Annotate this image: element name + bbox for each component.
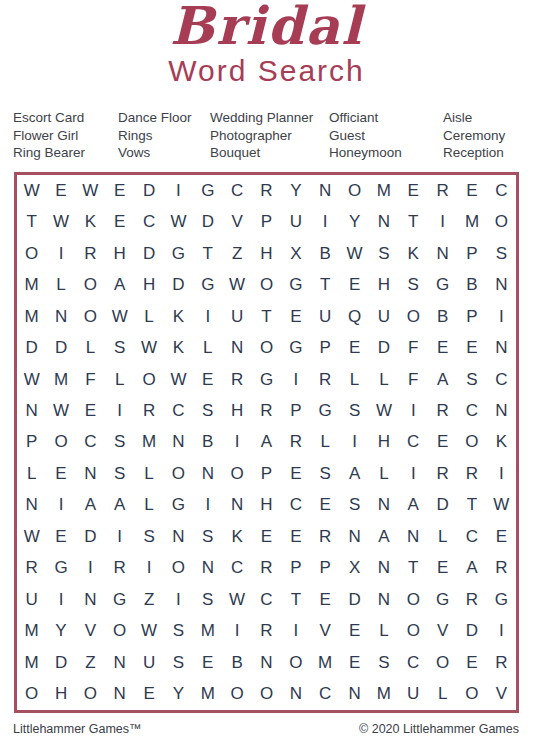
- grid-cell: B: [222, 647, 251, 678]
- grid-cell: A: [428, 364, 457, 395]
- grid-cell: H: [46, 679, 75, 710]
- grid-cell: N: [340, 521, 369, 552]
- grid-cell: W: [46, 206, 75, 237]
- grid-cell: S: [340, 490, 369, 521]
- grid-cell: C: [399, 427, 428, 458]
- grid-cell: I: [76, 553, 105, 584]
- word-list-item: Bouquet: [210, 144, 329, 162]
- grid-cell: Y: [340, 206, 369, 237]
- grid-cell: C: [281, 490, 310, 521]
- grid-cell: G: [193, 175, 222, 206]
- grid-cell: M: [311, 647, 340, 678]
- grid-cell: C: [487, 364, 516, 395]
- grid-cell: N: [369, 206, 398, 237]
- grid-cell: T: [281, 584, 310, 615]
- grid-cell: N: [164, 427, 193, 458]
- grid-cell: E: [457, 647, 486, 678]
- grid-cell: O: [399, 584, 428, 615]
- grid-cell: I: [399, 458, 428, 489]
- grid-cell: E: [487, 521, 516, 552]
- grid-cell: I: [105, 521, 134, 552]
- grid-cell: T: [252, 301, 281, 332]
- grid-cell: G: [281, 269, 310, 300]
- grid-cell: N: [487, 395, 516, 426]
- grid-cell: R: [17, 553, 46, 584]
- grid-cell: L: [369, 458, 398, 489]
- grid-cell: S: [193, 521, 222, 552]
- grid-cell: P: [311, 553, 340, 584]
- grid-cell: I: [193, 490, 222, 521]
- grid-cell: S: [105, 332, 134, 363]
- grid-cell: N: [105, 647, 134, 678]
- grid-cell: P: [17, 427, 46, 458]
- grid-cell: H: [369, 427, 398, 458]
- grid-cell: K: [399, 238, 428, 269]
- grid-cell: I: [222, 427, 251, 458]
- grid-cell: P: [457, 238, 486, 269]
- word-list-column: Wedding PlannerPhotographerBouquet: [210, 109, 329, 162]
- grid-cell: L: [428, 521, 457, 552]
- word-list-item: Vows: [118, 144, 210, 162]
- grid-cell: O: [252, 332, 281, 363]
- grid-cell: U: [281, 206, 310, 237]
- word-list-item: Flower Girl: [13, 127, 118, 145]
- grid-cell: D: [134, 238, 163, 269]
- grid-cell: E: [46, 458, 75, 489]
- grid-cell: A: [340, 458, 369, 489]
- grid-cell: S: [134, 521, 163, 552]
- grid-cell: T: [399, 206, 428, 237]
- grid-cell: V: [222, 206, 251, 237]
- grid-cell: W: [222, 584, 251, 615]
- word-list-item: Dance Floor: [118, 109, 210, 127]
- grid-cell: G: [164, 238, 193, 269]
- grid-cell: E: [428, 332, 457, 363]
- grid-cell: E: [193, 364, 222, 395]
- grid-cell: O: [164, 553, 193, 584]
- grid-cell: L: [369, 364, 398, 395]
- grid-cell: R: [487, 647, 516, 678]
- grid-cell: N: [105, 679, 134, 710]
- grid-cell: L: [134, 301, 163, 332]
- grid-cell: L: [105, 364, 134, 395]
- letter-grid: WEWEDIGCRYNOMERECTWKECWDVPUIYNTIMOOIRHDG…: [17, 175, 516, 710]
- grid-cell: D: [164, 269, 193, 300]
- grid-cell: I: [281, 616, 310, 647]
- grid-cell: K: [487, 427, 516, 458]
- grid-cell: I: [46, 490, 75, 521]
- grid-cell: L: [428, 679, 457, 710]
- word-list-item: Photographer: [210, 127, 329, 145]
- grid-cell: P: [252, 458, 281, 489]
- grid-cell: R: [252, 616, 281, 647]
- grid-cell: K: [76, 206, 105, 237]
- grid-cell: I: [46, 238, 75, 269]
- grid-cell: E: [428, 553, 457, 584]
- grid-cell: C: [222, 175, 251, 206]
- grid-cell: L: [311, 427, 340, 458]
- grid-cell: K: [222, 521, 251, 552]
- grid-cell: G: [193, 269, 222, 300]
- grid-cell: N: [76, 458, 105, 489]
- grid-cell: X: [340, 553, 369, 584]
- grid-cell: E: [46, 175, 75, 206]
- grid-cell: N: [46, 301, 75, 332]
- grid-cell: S: [369, 647, 398, 678]
- grid-cell: D: [457, 616, 486, 647]
- grid-cell: S: [164, 647, 193, 678]
- grid-cell: N: [340, 679, 369, 710]
- grid-cell: E: [340, 332, 369, 363]
- grid-cell: O: [105, 616, 134, 647]
- grid-cell: C: [457, 395, 486, 426]
- grid-cell: N: [17, 490, 46, 521]
- grid-cell: I: [340, 427, 369, 458]
- grid-cell: N: [369, 584, 398, 615]
- grid-cell: R: [252, 395, 281, 426]
- grid-cell: I: [134, 553, 163, 584]
- grid-cell: S: [193, 395, 222, 426]
- grid-cell: P: [252, 206, 281, 237]
- grid-cell: U: [399, 679, 428, 710]
- grid-cell: M: [369, 175, 398, 206]
- grid-cell: S: [487, 238, 516, 269]
- grid-cell: C: [76, 427, 105, 458]
- grid-cell: A: [457, 553, 486, 584]
- grid-cell: E: [311, 584, 340, 615]
- grid-cell: D: [17, 332, 46, 363]
- grid-cell: C: [134, 206, 163, 237]
- grid-cell: A: [252, 427, 281, 458]
- grid-cell: E: [457, 175, 486, 206]
- grid-cell: E: [281, 458, 310, 489]
- grid-cell: O: [252, 679, 281, 710]
- grid-cell: T: [399, 553, 428, 584]
- grid-cell: H: [222, 395, 251, 426]
- grid-cell: O: [428, 647, 457, 678]
- grid-cell: I: [399, 395, 428, 426]
- grid-cell: T: [457, 490, 486, 521]
- grid-cell: T: [17, 206, 46, 237]
- grid-cell: D: [134, 175, 163, 206]
- grid-cell: L: [17, 458, 46, 489]
- grid-cell: N: [193, 553, 222, 584]
- grid-cell: L: [193, 332, 222, 363]
- grid-cell: R: [252, 553, 281, 584]
- word-list-item: Officiant: [329, 109, 443, 127]
- grid-cell: D: [340, 584, 369, 615]
- grid-cell: I: [46, 584, 75, 615]
- grid-cell: H: [252, 490, 281, 521]
- grid-cell: L: [340, 364, 369, 395]
- grid-cell: D: [46, 647, 75, 678]
- grid-cell: R: [76, 238, 105, 269]
- grid-cell: I: [487, 301, 516, 332]
- grid-cell: Z: [76, 647, 105, 678]
- grid-cell: G: [252, 364, 281, 395]
- grid-cell: A: [105, 490, 134, 521]
- grid-cell: N: [311, 175, 340, 206]
- grid-cell: N: [193, 458, 222, 489]
- grid-cell: V: [311, 616, 340, 647]
- word-search-page: Bridal Word Search Escort CardFlower Gir…: [0, 0, 533, 746]
- grid-cell: O: [252, 269, 281, 300]
- grid-cell: D: [193, 206, 222, 237]
- grid-cell: R: [428, 395, 457, 426]
- grid-cell: I: [281, 364, 310, 395]
- grid-cell: Y: [46, 616, 75, 647]
- grid-cell: L: [76, 332, 105, 363]
- word-list-column: AisleCeremonyReception: [443, 109, 505, 162]
- grid-cell: D: [76, 521, 105, 552]
- grid-cell: V: [428, 616, 457, 647]
- grid-cell: G: [428, 584, 457, 615]
- grid-cell: S: [193, 584, 222, 615]
- word-list-column: Escort CardFlower GirlRing Bearer: [13, 109, 118, 162]
- grid-cell: E: [399, 175, 428, 206]
- grid-cell: A: [399, 490, 428, 521]
- grid-cell: S: [105, 458, 134, 489]
- grid-cell: R: [134, 395, 163, 426]
- grid-cell: A: [105, 269, 134, 300]
- grid-cell: A: [76, 490, 105, 521]
- grid-cell: O: [76, 301, 105, 332]
- grid-cell: O: [17, 679, 46, 710]
- grid-cell: S: [311, 458, 340, 489]
- grid-cell: W: [134, 616, 163, 647]
- grid-cell: B: [311, 238, 340, 269]
- word-list-item: Reception: [443, 144, 505, 162]
- grid-cell: I: [164, 584, 193, 615]
- grid-cell: B: [193, 427, 222, 458]
- grid-cell: X: [281, 238, 310, 269]
- grid-cell: C: [457, 521, 486, 552]
- word-list-item: Escort Card: [13, 109, 118, 127]
- grid-cell: G: [428, 269, 457, 300]
- word-list-item: Honeymoon: [329, 144, 443, 162]
- grid-cell: W: [369, 395, 398, 426]
- grid-cell: N: [164, 521, 193, 552]
- grid-cell: O: [222, 458, 251, 489]
- grid-cell: O: [399, 301, 428, 332]
- grid-cell: P: [281, 553, 310, 584]
- grid-cell: C: [252, 584, 281, 615]
- grid-cell: E: [252, 521, 281, 552]
- grid-cell: E: [281, 301, 310, 332]
- grid-cell: R: [428, 458, 457, 489]
- grid-cell: P: [311, 332, 340, 363]
- grid-cell: A: [369, 521, 398, 552]
- grid-cell: W: [17, 521, 46, 552]
- grid-cell: R: [311, 364, 340, 395]
- grid-cell: W: [340, 238, 369, 269]
- grid-cell: F: [399, 364, 428, 395]
- grid-cell: Z: [134, 584, 163, 615]
- grid-cell: N: [428, 238, 457, 269]
- grid-cell: H: [105, 238, 134, 269]
- grid-cell: N: [369, 490, 398, 521]
- grid-cell: W: [46, 395, 75, 426]
- grid-cell: S: [164, 616, 193, 647]
- grid-cell: C: [311, 679, 340, 710]
- grid-cell: I: [164, 175, 193, 206]
- grid-cell: I: [487, 458, 516, 489]
- grid-cell: G: [105, 584, 134, 615]
- grid-cell: U: [222, 301, 251, 332]
- grid-cell: M: [193, 616, 222, 647]
- grid-cell: S: [369, 238, 398, 269]
- grid-cell: L: [369, 616, 398, 647]
- grid-cell: R: [457, 458, 486, 489]
- grid-cell: D: [46, 332, 75, 363]
- word-list-item: Ring Bearer: [13, 144, 118, 162]
- grid-cell: G: [311, 395, 340, 426]
- grid-cell: E: [105, 175, 134, 206]
- grid-cell: O: [487, 206, 516, 237]
- grid-cell: R: [311, 521, 340, 552]
- grid-cell: L: [134, 490, 163, 521]
- grid-cell: L: [46, 269, 75, 300]
- grid-cell: N: [369, 553, 398, 584]
- grid-cell: S: [399, 269, 428, 300]
- grid-cell: T: [193, 238, 222, 269]
- grid-cell: P: [281, 395, 310, 426]
- word-list: Escort CardFlower GirlRing BearerDance F…: [13, 109, 525, 162]
- grid-cell: S: [105, 427, 134, 458]
- grid-cell: U: [369, 301, 398, 332]
- grid-cell: S: [457, 364, 486, 395]
- grid-cell: I: [105, 395, 134, 426]
- word-list-item: Aisle: [443, 109, 505, 127]
- grid-cell: E: [311, 490, 340, 521]
- grid-cell: U: [17, 584, 46, 615]
- grid-cell: G: [281, 332, 310, 363]
- grid-cell: Y: [164, 679, 193, 710]
- grid-cell: N: [222, 490, 251, 521]
- grid-cell: M: [457, 206, 486, 237]
- grid-cell: G: [487, 584, 516, 615]
- grid-cell: E: [46, 521, 75, 552]
- footer: Littlehammer Games™ © 2020 Littlehammer …: [13, 722, 519, 736]
- grid-cell: P: [457, 301, 486, 332]
- grid-cell: Y: [281, 175, 310, 206]
- grid-cell: O: [340, 175, 369, 206]
- grid-cell: N: [252, 647, 281, 678]
- grid-cell: W: [487, 490, 516, 521]
- grid-cell: W: [134, 332, 163, 363]
- grid-cell: M: [17, 269, 46, 300]
- grid-cell: O: [76, 679, 105, 710]
- grid-cell: W: [76, 175, 105, 206]
- grid-cell: W: [222, 269, 251, 300]
- grid-cell: O: [399, 616, 428, 647]
- grid-cell: K: [164, 301, 193, 332]
- grid-cell: W: [17, 364, 46, 395]
- grid-cell: I: [311, 206, 340, 237]
- grid-cell: G: [46, 553, 75, 584]
- grid-cell: R: [105, 553, 134, 584]
- grid-cell: L: [134, 458, 163, 489]
- grid-cell: E: [340, 616, 369, 647]
- grid-cell: H: [134, 269, 163, 300]
- grid-cell: O: [222, 679, 251, 710]
- grid-cell: V: [487, 679, 516, 710]
- grid-cell: O: [134, 364, 163, 395]
- grid-cell: N: [222, 332, 251, 363]
- grid-cell: E: [193, 647, 222, 678]
- grid-cell: E: [340, 647, 369, 678]
- word-list-item: Guest: [329, 127, 443, 145]
- grid-cell: M: [134, 427, 163, 458]
- grid-cell: E: [340, 269, 369, 300]
- grid-cell: I: [428, 206, 457, 237]
- grid-cell: C: [222, 553, 251, 584]
- grid-cell: M: [17, 616, 46, 647]
- word-list-column: OfficiantGuestHoneymoon: [329, 109, 443, 162]
- grid-cell: B: [428, 301, 457, 332]
- grid-cell: E: [76, 395, 105, 426]
- grid-cell: C: [487, 175, 516, 206]
- word-list-item: Ceremony: [443, 127, 505, 145]
- grid-cell: R: [457, 584, 486, 615]
- grid-cell: O: [76, 269, 105, 300]
- grid-cell: T: [311, 269, 340, 300]
- grid-cell: N: [281, 679, 310, 710]
- grid-cell: O: [457, 427, 486, 458]
- grid-cell: W: [164, 364, 193, 395]
- grid-cell: E: [134, 679, 163, 710]
- grid-cell: I: [193, 301, 222, 332]
- grid-cell: O: [281, 647, 310, 678]
- grid-cell: O: [17, 238, 46, 269]
- grid-cell: W: [105, 301, 134, 332]
- grid-cell: O: [164, 458, 193, 489]
- grid-cell: R: [281, 427, 310, 458]
- grid-cell: N: [487, 269, 516, 300]
- footer-copyright: © 2020 Littlehammer Games: [359, 722, 519, 736]
- grid-cell: Z: [222, 238, 251, 269]
- grid-cell: E: [281, 521, 310, 552]
- grid-cell: G: [164, 490, 193, 521]
- grid-cell: C: [164, 395, 193, 426]
- grid-cell: H: [369, 269, 398, 300]
- grid-cell: M: [369, 679, 398, 710]
- grid-cell: E: [105, 206, 134, 237]
- word-list-item: Wedding Planner: [210, 109, 329, 127]
- grid-cell: N: [399, 521, 428, 552]
- grid-cell: R: [487, 553, 516, 584]
- grid-cell: R: [428, 175, 457, 206]
- grid-cell: N: [487, 332, 516, 363]
- grid-cell: W: [164, 206, 193, 237]
- grid-cell: O: [46, 427, 75, 458]
- grid-cell: H: [252, 238, 281, 269]
- puzzle-grid-frame: WEWEDIGCRYNOMERECTWKECWDVPUIYNTIMOOIRHDG…: [14, 172, 519, 713]
- grid-cell: I: [487, 616, 516, 647]
- grid-cell: N: [76, 584, 105, 615]
- title-script: Bridal: [0, 0, 533, 56]
- grid-cell: I: [222, 616, 251, 647]
- grid-cell: E: [457, 332, 486, 363]
- page-title: Word Search: [0, 54, 533, 88]
- word-list-item: Rings: [118, 127, 210, 145]
- grid-cell: U: [134, 647, 163, 678]
- grid-cell: S: [340, 395, 369, 426]
- grid-cell: K: [164, 332, 193, 363]
- grid-cell: D: [369, 332, 398, 363]
- grid-cell: F: [399, 332, 428, 363]
- grid-cell: C: [399, 647, 428, 678]
